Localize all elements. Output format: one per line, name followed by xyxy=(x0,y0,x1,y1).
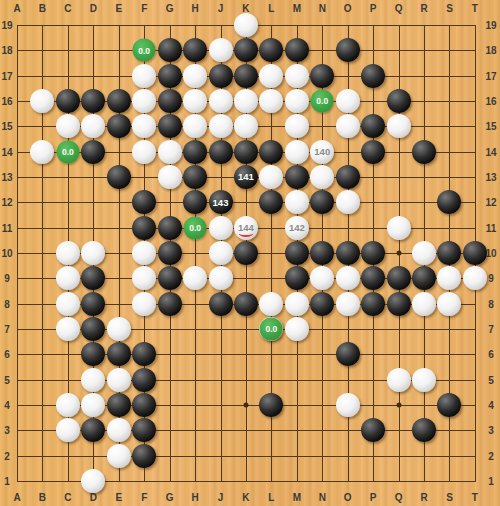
score-marker[interactable]: 0.0 xyxy=(311,89,334,112)
stone-black[interactable] xyxy=(310,190,334,214)
stone-black[interactable] xyxy=(234,64,258,88)
stone-white[interactable] xyxy=(30,89,54,113)
stone-black[interactable] xyxy=(437,190,461,214)
score-marker[interactable]: 0.0 xyxy=(133,39,156,62)
stone-white[interactable]: 140 xyxy=(310,140,334,164)
stone-white[interactable] xyxy=(285,190,309,214)
stone-white[interactable] xyxy=(132,292,156,316)
stone-black[interactable] xyxy=(234,140,258,164)
coordinate-label-bottom: G xyxy=(166,492,174,503)
stone-white[interactable] xyxy=(285,292,309,316)
stone-black[interactable] xyxy=(209,292,233,316)
stone-black[interactable] xyxy=(158,114,182,138)
stone-white[interactable] xyxy=(336,393,360,417)
coordinate-label-bottom: R xyxy=(420,492,427,503)
coordinate-label-left: 5 xyxy=(4,374,10,385)
coordinate-label-right: 12 xyxy=(485,197,496,208)
score-marker[interactable]: 0.0 xyxy=(56,140,79,163)
stone-black[interactable] xyxy=(158,38,182,62)
stone-black[interactable] xyxy=(234,241,258,265)
stone-black[interactable] xyxy=(259,190,283,214)
coordinate-label-right: 17 xyxy=(485,70,496,81)
stone-black[interactable]: 141 xyxy=(234,165,258,189)
coordinate-label-right: 14 xyxy=(485,146,496,157)
coordinate-label-bottom: N xyxy=(319,492,326,503)
coordinate-label-right: 18 xyxy=(485,45,496,56)
stone-white[interactable] xyxy=(158,165,182,189)
coordinate-label-left: 7 xyxy=(4,323,10,334)
stone-white[interactable] xyxy=(336,292,360,316)
stone-white[interactable] xyxy=(209,89,233,113)
stone-white[interactable] xyxy=(336,266,360,290)
stone-white[interactable] xyxy=(259,89,283,113)
coordinate-label-top: Q xyxy=(395,3,403,14)
stone-white[interactable] xyxy=(183,89,207,113)
stone-white[interactable] xyxy=(234,89,258,113)
coordinate-label-left: 4 xyxy=(4,399,10,410)
stone-white[interactable] xyxy=(285,64,309,88)
stone-white[interactable] xyxy=(285,114,309,138)
stone-white[interactable] xyxy=(412,292,436,316)
stone-black[interactable] xyxy=(81,140,105,164)
stone-white[interactable] xyxy=(183,266,207,290)
stone-white[interactable] xyxy=(132,64,156,88)
stone-white[interactable] xyxy=(310,266,334,290)
coordinate-label-right: 16 xyxy=(485,95,496,106)
stone-black[interactable] xyxy=(158,89,182,113)
coordinate-label-right: 9 xyxy=(488,273,494,284)
coordinate-label-left: 8 xyxy=(4,298,10,309)
coordinate-label-left: 1 xyxy=(4,475,10,486)
stone-black[interactable] xyxy=(285,38,309,62)
stone-white[interactable] xyxy=(387,114,411,138)
stone-white[interactable] xyxy=(56,266,80,290)
stone-black[interactable] xyxy=(336,38,360,62)
stone-black[interactable] xyxy=(361,266,385,290)
coordinate-label-bottom: Q xyxy=(395,492,403,503)
stone-black[interactable] xyxy=(107,165,131,189)
stone-white[interactable] xyxy=(56,317,80,341)
stone-white[interactable] xyxy=(56,393,80,417)
coordinate-label-right: 2 xyxy=(488,450,494,461)
coordinate-label-bottom: K xyxy=(242,492,249,503)
stone-black[interactable] xyxy=(387,266,411,290)
coordinate-label-bottom: L xyxy=(268,492,274,503)
stone-black[interactable] xyxy=(412,266,436,290)
stone-black[interactable] xyxy=(285,266,309,290)
stone-black[interactable] xyxy=(107,114,131,138)
coordinate-label-bottom: P xyxy=(370,492,377,503)
grid-line-horizontal xyxy=(17,456,476,457)
coordinate-label-top: B xyxy=(39,3,46,14)
coordinate-label-top: L xyxy=(268,3,274,14)
stone-black[interactable] xyxy=(336,165,360,189)
stone-white[interactable] xyxy=(183,64,207,88)
coordinate-label-right: 11 xyxy=(486,222,497,233)
stone-black[interactable] xyxy=(81,317,105,341)
stone-white[interactable] xyxy=(132,241,156,265)
coordinate-label-left: 19 xyxy=(1,20,12,31)
coordinate-label-top: K xyxy=(242,3,249,14)
stone-black[interactable] xyxy=(259,393,283,417)
stone-black[interactable] xyxy=(310,241,334,265)
stone-black[interactable] xyxy=(107,89,131,113)
coordinate-label-bottom: D xyxy=(90,492,97,503)
coordinate-label-right: 15 xyxy=(485,121,496,132)
stone-black[interactable] xyxy=(81,266,105,290)
coordinate-label-left: 16 xyxy=(1,95,12,106)
coordinate-label-top: H xyxy=(191,3,198,14)
coordinate-label-left: 13 xyxy=(1,171,12,182)
stone-white[interactable] xyxy=(81,469,105,493)
stone-black[interactable] xyxy=(285,241,309,265)
stone-black[interactable] xyxy=(132,393,156,417)
stone-white[interactable] xyxy=(209,266,233,290)
coordinate-label-top: J xyxy=(218,3,224,14)
stone-white[interactable] xyxy=(81,241,105,265)
move-number-label: 142 xyxy=(289,223,305,233)
stone-black[interactable] xyxy=(361,114,385,138)
stone-black[interactable] xyxy=(132,444,156,468)
coordinate-label-left: 17 xyxy=(1,70,12,81)
stone-black[interactable] xyxy=(183,190,207,214)
stone-white[interactable] xyxy=(132,114,156,138)
stone-white[interactable] xyxy=(336,114,360,138)
stone-black[interactable] xyxy=(387,89,411,113)
stone-white[interactable] xyxy=(336,190,360,214)
stone-black[interactable] xyxy=(285,165,309,189)
stone-black[interactable] xyxy=(183,140,207,164)
coordinate-label-right: 5 xyxy=(488,374,494,385)
stone-black[interactable] xyxy=(463,241,487,265)
go-board[interactable]: AABBCCDDEEFFGGHHJJKKLLMMNNOOPPQQRRSSTT19… xyxy=(0,0,500,506)
move-number-label: 143 xyxy=(213,198,229,208)
stone-white[interactable] xyxy=(387,216,411,240)
stone-black[interactable] xyxy=(361,241,385,265)
stone-black[interactable] xyxy=(361,64,385,88)
coordinate-label-top: N xyxy=(319,3,326,14)
coordinate-label-right: 1 xyxy=(488,475,494,486)
coordinate-label-left: 10 xyxy=(1,247,12,258)
stone-black[interactable] xyxy=(259,38,283,62)
coordinate-label-right: 19 xyxy=(485,20,496,31)
stone-black[interactable] xyxy=(336,241,360,265)
stone-black[interactable] xyxy=(361,292,385,316)
stone-black[interactable] xyxy=(387,292,411,316)
coordinate-label-left: 2 xyxy=(4,450,10,461)
coordinate-label-top: O xyxy=(344,3,352,14)
coordinate-label-top: E xyxy=(115,3,122,14)
coordinate-label-bottom: O xyxy=(344,492,352,503)
stone-white[interactable] xyxy=(259,64,283,88)
coordinate-label-bottom: C xyxy=(64,492,71,503)
stone-white[interactable] xyxy=(336,89,360,113)
star-point xyxy=(243,402,248,407)
stone-white[interactable] xyxy=(107,444,131,468)
coordinate-label-left: 6 xyxy=(4,349,10,360)
stone-white[interactable] xyxy=(259,165,283,189)
coordinate-label-right: 7 xyxy=(488,323,494,334)
stone-black[interactable] xyxy=(158,292,182,316)
stone-black[interactable] xyxy=(132,190,156,214)
stone-black[interactable] xyxy=(132,368,156,392)
stone-white[interactable] xyxy=(132,89,156,113)
stone-white[interactable] xyxy=(437,266,461,290)
stone-black[interactable] xyxy=(132,418,156,442)
stone-black[interactable] xyxy=(209,140,233,164)
last-move-red-mark xyxy=(238,229,253,237)
stone-white[interactable] xyxy=(463,266,487,290)
stone-white[interactable] xyxy=(285,140,309,164)
stone-black[interactable] xyxy=(361,418,385,442)
stone-white[interactable] xyxy=(234,114,258,138)
coordinate-label-bottom: J xyxy=(218,492,224,503)
stone-black[interactable] xyxy=(158,241,182,265)
stone-black[interactable] xyxy=(259,140,283,164)
coordinate-label-right: 8 xyxy=(488,298,494,309)
coordinate-label-left: 3 xyxy=(4,425,10,436)
stone-black[interactable] xyxy=(81,342,105,366)
stone-white[interactable] xyxy=(412,241,436,265)
score-marker[interactable]: 0.0 xyxy=(184,216,207,239)
stone-black[interactable] xyxy=(158,266,182,290)
coordinate-label-top: D xyxy=(90,3,97,14)
stone-black[interactable] xyxy=(107,393,131,417)
stone-black[interactable] xyxy=(412,418,436,442)
stone-white[interactable] xyxy=(437,292,461,316)
stone-white[interactable] xyxy=(132,140,156,164)
stone-black[interactable] xyxy=(81,89,105,113)
stone-white[interactable] xyxy=(259,292,283,316)
stone-black[interactable] xyxy=(132,342,156,366)
coordinate-label-top: C xyxy=(64,3,71,14)
stone-black[interactable] xyxy=(183,165,207,189)
coordinate-label-left: 18 xyxy=(1,45,12,56)
stone-white[interactable] xyxy=(209,114,233,138)
stone-white[interactable]: 142 xyxy=(285,216,309,240)
coordinate-label-bottom: T xyxy=(472,492,478,503)
stone-white[interactable] xyxy=(234,13,258,37)
star-point xyxy=(396,402,401,407)
coordinate-label-bottom: A xyxy=(13,492,20,503)
coordinate-label-left: 11 xyxy=(2,222,13,233)
stone-black[interactable] xyxy=(361,140,385,164)
stone-black[interactable] xyxy=(437,241,461,265)
coordinate-label-top: A xyxy=(13,3,20,14)
coordinate-label-left: 9 xyxy=(4,273,10,284)
coordinate-label-top: S xyxy=(446,3,453,14)
stone-white[interactable] xyxy=(209,38,233,62)
stone-white[interactable] xyxy=(56,114,80,138)
coordinate-label-bottom: M xyxy=(293,492,301,503)
coordinate-label-top: T xyxy=(472,3,478,14)
stone-black[interactable] xyxy=(56,89,80,113)
coordinate-label-left: 14 xyxy=(1,146,12,157)
coordinate-label-left: 12 xyxy=(1,197,12,208)
stone-black[interactable] xyxy=(183,38,207,62)
stone-white[interactable] xyxy=(107,418,131,442)
coordinate-label-right: 4 xyxy=(488,399,494,410)
stone-white[interactable] xyxy=(412,368,436,392)
move-number-label: 140 xyxy=(314,147,330,157)
stone-black[interactable] xyxy=(107,342,131,366)
coordinate-label-top: G xyxy=(166,3,174,14)
stone-black[interactable] xyxy=(234,38,258,62)
coordinate-label-top: P xyxy=(370,3,377,14)
stone-white[interactable] xyxy=(209,216,233,240)
move-number-label: 141 xyxy=(238,172,254,182)
stone-black[interactable] xyxy=(412,140,436,164)
coordinate-label-right: 13 xyxy=(485,171,496,182)
stone-black[interactable] xyxy=(158,216,182,240)
coordinate-label-top: F xyxy=(141,3,147,14)
stone-black[interactable] xyxy=(158,64,182,88)
stone-white[interactable] xyxy=(310,165,334,189)
stone-white[interactable] xyxy=(183,114,207,138)
stone-white[interactable] xyxy=(107,368,131,392)
coordinate-label-bottom: H xyxy=(191,492,198,503)
stone-white[interactable] xyxy=(285,317,309,341)
stone-white[interactable] xyxy=(132,266,156,290)
coordinate-label-left: 15 xyxy=(1,121,12,132)
stone-black[interactable] xyxy=(437,393,461,417)
stone-black[interactable] xyxy=(310,292,334,316)
stone-white[interactable] xyxy=(158,140,182,164)
stone-black[interactable] xyxy=(336,342,360,366)
stone-black[interactable] xyxy=(234,292,258,316)
stone-white[interactable] xyxy=(30,140,54,164)
coordinate-label-bottom: S xyxy=(446,492,453,503)
stone-black[interactable] xyxy=(209,64,233,88)
coordinate-label-bottom: B xyxy=(39,492,46,503)
coordinate-label-bottom: E xyxy=(115,492,122,503)
stone-white[interactable] xyxy=(56,292,80,316)
stone-white[interactable] xyxy=(285,89,309,113)
coordinate-label-bottom: F xyxy=(141,492,147,503)
coordinate-label-top: M xyxy=(293,3,301,14)
stone-white[interactable] xyxy=(81,114,105,138)
stone-white[interactable] xyxy=(56,241,80,265)
stone-white[interactable] xyxy=(56,418,80,442)
stone-white[interactable] xyxy=(209,241,233,265)
stone-white[interactable] xyxy=(81,368,105,392)
coordinate-label-right: 3 xyxy=(488,425,494,436)
stone-white[interactable] xyxy=(107,317,131,341)
score-marker[interactable]: 0.0 xyxy=(260,317,283,340)
stone-white[interactable] xyxy=(387,368,411,392)
coordinate-label-top: R xyxy=(420,3,427,14)
coordinate-label-right: 6 xyxy=(488,349,494,360)
stone-black[interactable] xyxy=(132,216,156,240)
star-point xyxy=(396,250,401,255)
stone-black[interactable] xyxy=(310,64,334,88)
stone-black[interactable]: 143 xyxy=(209,190,233,214)
stone-black[interactable] xyxy=(81,292,105,316)
stone-white[interactable] xyxy=(81,393,105,417)
stone-black[interactable] xyxy=(81,418,105,442)
coordinate-label-right: 10 xyxy=(485,247,496,258)
